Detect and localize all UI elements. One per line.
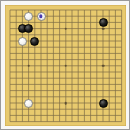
last-move-marker — [39, 14, 42, 17]
black-stone — [99, 18, 108, 27]
black-stone — [30, 37, 39, 46]
white-stone — [18, 37, 27, 46]
go-board[interactable] — [5, 5, 126, 126]
go-diagram-frame — [0, 0, 130, 130]
star-point — [27, 65, 30, 68]
star-point — [65, 27, 68, 30]
star-point — [102, 65, 105, 68]
black-stone — [99, 99, 108, 108]
star-point — [65, 102, 68, 105]
white-stone — [24, 12, 33, 21]
white-stone — [24, 99, 33, 108]
star-point — [102, 27, 105, 30]
star-point — [65, 65, 68, 68]
white-stone — [37, 12, 46, 21]
